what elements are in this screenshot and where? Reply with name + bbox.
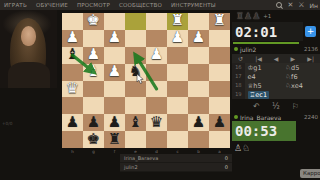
score-row-Irina_Baraeva[interactable]: Irina_Baraeva0: [120, 154, 232, 163]
file-label-f: f: [106, 149, 123, 154]
white-clock: 02:01: [232, 22, 303, 41]
black-player-name[interactable]: Irina_Baraeva: [240, 114, 281, 121]
square-d7[interactable]: ♛: [146, 114, 167, 131]
piece-bN-e4[interactable]: ♞: [129, 64, 142, 79]
white-move[interactable]: ♕h5: [245, 82, 283, 90]
square-a5[interactable]: [209, 81, 230, 98]
square-h8[interactable]: [62, 131, 83, 148]
square-g2[interactable]: [83, 30, 104, 47]
piece-wB-g4[interactable]: ♝: [87, 64, 100, 79]
nav-icon-3[interactable]: ▶: [291, 55, 296, 62]
square-e2[interactable]: [125, 30, 146, 47]
move-number: 18: [232, 81, 245, 90]
piece-wP-b2[interactable]: ♟: [192, 30, 205, 45]
piece-wP-f2[interactable]: ♟: [108, 30, 121, 45]
square-b2[interactable]: ♟: [188, 30, 209, 47]
square-g8[interactable]: ♚: [83, 131, 104, 148]
square-b3[interactable]: [188, 47, 209, 64]
move-nav: ↺|◀◀▶▶|: [232, 54, 320, 63]
square-c6[interactable]: [167, 97, 188, 114]
file-label-d: d: [148, 149, 165, 154]
black-move[interactable]: ♘d5: [282, 64, 320, 72]
square-d6[interactable]: [146, 97, 167, 114]
black-player-rating: 2240: [304, 114, 318, 120]
piece-bB-e7[interactable]: ♝: [129, 115, 142, 130]
black-clock-active: 00:53: [232, 121, 296, 141]
score-player-name: Irina_Baraeva: [124, 155, 158, 161]
move-list: 16♔g1♘d517e4♘f618♕h5♘xe419♖ec1: [232, 63, 320, 99]
square-c5[interactable]: [167, 81, 188, 98]
nav-icon-2[interactable]: ◀: [274, 55, 279, 62]
black-player-row: Irina_Baraeva 2240: [234, 113, 318, 121]
square-f2[interactable]: ♟: [104, 30, 125, 47]
square-h1[interactable]: [62, 13, 83, 30]
square-g4[interactable]: ♝: [83, 64, 104, 81]
piece-wP-f4[interactable]: ♟: [108, 64, 121, 79]
score-value: 0: [225, 164, 228, 170]
score-value: 0: [225, 155, 228, 161]
square-f8[interactable]: ♜: [104, 131, 125, 148]
piece-wP-c2[interactable]: ♟: [171, 30, 184, 45]
square-a2[interactable]: [209, 30, 230, 47]
clock-progress-bar: [233, 42, 299, 44]
nav-icon-4[interactable]: ▶|: [307, 55, 314, 62]
move-row-17: 17e4♘f6: [232, 72, 320, 81]
stream-frame: ИГРАТЬОБУЧЕНИЕПРОСМОТРСООБЩЕСТВОИНСТРУМЕ…: [0, 0, 320, 180]
square-e1[interactable]: [125, 13, 146, 30]
piece-bQ-d7[interactable]: ♛: [150, 115, 163, 130]
white-move[interactable]: ♖ec1: [245, 91, 283, 99]
square-h3[interactable]: ♝: [62, 47, 83, 64]
square-d8[interactable]: [146, 131, 167, 148]
nav-icon-0[interactable]: ↺: [238, 55, 243, 62]
square-d3[interactable]: ♟: [146, 47, 167, 64]
nav-icon-1[interactable]: |◀: [255, 55, 262, 62]
streamer-body: [8, 62, 50, 88]
add-time-button[interactable]: +: [305, 26, 316, 37]
move-row-16: 16♔g1♘d5: [232, 63, 320, 72]
piece-wK-g1[interactable]: ♚: [87, 13, 100, 28]
piece-wR-c1[interactable]: ♜: [171, 13, 184, 28]
square-g5[interactable]: [83, 81, 104, 98]
online-dot: [234, 47, 238, 51]
square-b6[interactable]: [188, 97, 209, 114]
game-panel: ♜♟♟ +1 02:01 + julin2 2136 ↺|◀◀▶▶| 16♔g1…: [232, 0, 320, 180]
corner-chip: Карро: [300, 169, 320, 178]
piece-bK-g8[interactable]: ♚: [87, 131, 100, 146]
square-h5[interactable]: ♛: [62, 81, 83, 98]
captured-white-pieces: ♙♘: [234, 144, 250, 153]
file-label-e: e: [127, 149, 144, 154]
piece-wQ-h5[interactable]: ♛: [66, 81, 79, 96]
score-player-name: julin2: [124, 164, 138, 170]
piece-wP-g3[interactable]: ♟: [87, 47, 100, 62]
square-a1[interactable]: ♜: [209, 13, 230, 30]
move-number: 16: [232, 63, 245, 72]
square-e4[interactable]: ♞: [125, 64, 146, 81]
menu-item-обучение[interactable]: ОБУЧЕНИЕ: [36, 2, 68, 8]
draw-offer-button[interactable]: ½: [272, 102, 280, 111]
captured-by-black-tray: ♙♘: [234, 143, 250, 153]
square-f1[interactable]: [104, 13, 125, 30]
square-e8[interactable]: [125, 131, 146, 148]
material-advantage: +1: [263, 13, 271, 19]
black-move[interactable]: ♘xe4: [282, 82, 320, 90]
webcam-overlay: [0, 10, 57, 88]
move-row-19: 19♖ec1: [232, 90, 320, 99]
move-number: 19: [232, 90, 245, 99]
move-row-18: 18♕h5♘xe4: [232, 81, 320, 90]
menu-item-инструменты[interactable]: ИНСТРУМЕНТЫ: [171, 2, 216, 8]
chess-board[interactable]: ♚♜♜♟♟♟♟♝♟♟♝♟♞♛♟♟♟♝♛♟♟♚♜: [62, 13, 230, 148]
square-c7[interactable]: [167, 114, 188, 131]
streamer-face: [21, 26, 36, 46]
square-a7[interactable]: ♟: [209, 114, 230, 131]
takeback-button[interactable]: ↶: [253, 102, 260, 111]
square-g7[interactable]: ♟: [83, 114, 104, 131]
square-d5[interactable]: [146, 81, 167, 98]
square-b7[interactable]: ♟: [188, 114, 209, 131]
piece-bR-f8[interactable]: ♜: [108, 131, 121, 146]
square-h2[interactable]: ♟: [62, 30, 83, 47]
square-f5[interactable]: [104, 81, 125, 98]
square-f6[interactable]: [104, 97, 125, 114]
square-h4[interactable]: [62, 64, 83, 81]
square-c3[interactable]: [167, 47, 188, 64]
square-c4[interactable]: [167, 64, 188, 81]
square-a8[interactable]: [209, 131, 230, 148]
square-e7[interactable]: ♝: [125, 114, 146, 131]
square-f7[interactable]: ♟: [104, 114, 125, 131]
captured-by-white-tray: ♜♟♟ +1: [236, 11, 271, 21]
piece-bP-b7[interactable]: ♟: [192, 115, 205, 130]
piece-bP-f7[interactable]: ♟: [108, 115, 121, 130]
piece-bB-h3[interactable]: ♝: [66, 47, 79, 62]
square-b5[interactable]: [188, 81, 209, 98]
square-a3[interactable]: [209, 47, 230, 64]
white-move[interactable]: ♔g1: [245, 64, 283, 72]
white-player-name[interactable]: julin2: [240, 46, 256, 53]
square-h7[interactable]: ♟: [62, 114, 83, 131]
square-a6[interactable]: [209, 97, 230, 114]
white-clock-time: 02:01: [232, 24, 277, 40]
captured-black-pieces: ♜♟♟: [236, 12, 260, 21]
piece-bP-a7[interactable]: ♟: [213, 115, 226, 130]
piece-wP-d3[interactable]: ♟: [150, 47, 163, 62]
square-d4[interactable]: [146, 64, 167, 81]
menu-item-играть[interactable]: ИГРАТЬ: [4, 2, 27, 8]
square-c1[interactable]: ♜: [167, 13, 188, 30]
menu-item-сообщество[interactable]: СООБЩЕСТВО: [119, 2, 162, 8]
black-move[interactable]: ♘f6: [282, 73, 320, 81]
white-player-row: julin2 2136: [234, 45, 318, 53]
square-c2[interactable]: ♟: [167, 30, 188, 47]
square-b8[interactable]: [188, 131, 209, 148]
score-row-julin2[interactable]: julin20: [120, 163, 232, 172]
square-e5[interactable]: [125, 81, 146, 98]
margin-note: +0/0: [2, 120, 12, 125]
white-move[interactable]: e4: [245, 73, 283, 81]
square-f3[interactable]: [104, 47, 125, 64]
square-g6[interactable]: [83, 97, 104, 114]
file-label-h: h: [64, 149, 81, 154]
file-label-c: c: [169, 149, 186, 154]
square-h6[interactable]: [62, 97, 83, 114]
square-d2[interactable]: [146, 30, 167, 47]
square-b4[interactable]: [188, 64, 209, 81]
file-label-a: a: [211, 149, 228, 154]
file-label-g: g: [85, 149, 102, 154]
piece-wP-h2[interactable]: ♟: [66, 30, 79, 45]
file-label-b: b: [190, 149, 207, 154]
square-f4[interactable]: ♟: [104, 64, 125, 81]
resign-flag-button[interactable]: ⚐: [292, 102, 299, 111]
black-clock-time: 00:53: [232, 123, 277, 139]
piece-bP-g7[interactable]: ♟: [87, 115, 100, 130]
square-g1[interactable]: ♚: [83, 13, 104, 30]
game-action-buttons: ↶½⚐: [232, 101, 320, 112]
piece-bP-h7[interactable]: ♟: [66, 115, 79, 130]
online-dot: [234, 115, 238, 119]
square-g3[interactable]: ♟: [83, 47, 104, 64]
square-e3[interactable]: [125, 47, 146, 64]
menu-item-просмотр[interactable]: ПРОСМОТР: [77, 2, 110, 8]
score-box: Irina_Baraeva0julin20: [120, 154, 232, 171]
square-c8[interactable]: [167, 131, 188, 148]
square-a4[interactable]: [209, 64, 230, 81]
square-d1[interactable]: [146, 13, 167, 30]
move-number: 17: [232, 72, 245, 81]
square-b1[interactable]: [188, 13, 209, 30]
white-player-rating: 2136: [304, 46, 318, 52]
square-e6[interactable]: [125, 97, 146, 114]
piece-wR-a1[interactable]: ♜: [213, 13, 226, 28]
